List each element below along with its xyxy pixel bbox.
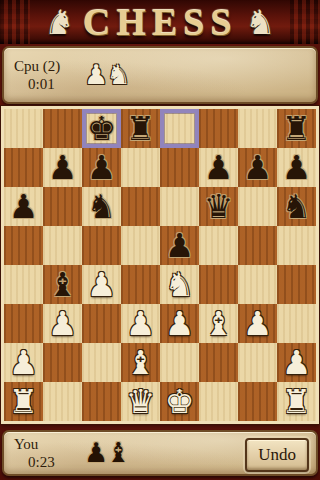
square-d2[interactable]: ♝ — [121, 343, 160, 382]
square-c2[interactable] — [82, 343, 121, 382]
white-knight: ♞ — [160, 265, 199, 304]
captured-black-pawn: ♟ — [84, 438, 108, 468]
black-king: ♚ — [82, 109, 121, 148]
square-h6[interactable]: ♞ — [277, 187, 316, 226]
black-pawn: ♟ — [82, 148, 121, 187]
square-d6[interactable] — [121, 187, 160, 226]
square-a4[interactable] — [4, 265, 43, 304]
chess-board[interactable]: ♚♜♜♟♟♟♟♟♟♞♛♞♟♝♟♞♟♟♟♝♟♟♝♟♜♛♚♜ — [4, 109, 316, 421]
square-h3[interactable] — [277, 304, 316, 343]
square-c6[interactable]: ♞ — [82, 187, 121, 226]
black-pawn: ♟ — [160, 226, 199, 265]
you-player-name: You — [14, 435, 80, 453]
white-pawn: ♟ — [160, 304, 199, 343]
white-pawn: ♟ — [4, 343, 43, 382]
white-pawn: ♟ — [43, 304, 82, 343]
cpu-captured-pieces: ♟♞ — [84, 60, 128, 90]
black-pawn: ♟ — [277, 148, 316, 187]
black-bishop: ♝ — [43, 265, 82, 304]
title-banner: ♞ CHESS ♞ — [0, 0, 320, 44]
captured-white-knight: ♞ — [106, 60, 130, 90]
you-player-bar: You 0:23 ♟♝ Undo — [2, 430, 318, 476]
you-player-info: You 0:23 — [14, 435, 80, 471]
knight-icon: ♞ — [44, 0, 74, 44]
cpu-player-bar: Cpu (2) 0:01 ♟♞ — [2, 46, 318, 104]
cpu-player-name: Cpu (2) — [14, 57, 80, 75]
square-a1[interactable]: ♜ — [4, 382, 43, 421]
square-f2[interactable] — [199, 343, 238, 382]
square-e4[interactable]: ♞ — [160, 265, 199, 304]
square-e1[interactable]: ♚ — [160, 382, 199, 421]
square-b2[interactable] — [43, 343, 82, 382]
white-bishop: ♝ — [199, 304, 238, 343]
black-queen: ♛ — [199, 187, 238, 226]
square-c8[interactable]: ♚ — [82, 109, 121, 148]
banner-left-ornament — [0, 0, 30, 44]
white-pawn: ♟ — [238, 304, 277, 343]
square-g8[interactable] — [238, 109, 277, 148]
square-h5[interactable] — [277, 226, 316, 265]
square-b4[interactable]: ♝ — [43, 265, 82, 304]
captured-black-bishop: ♝ — [106, 438, 130, 468]
square-f6[interactable]: ♛ — [199, 187, 238, 226]
square-c5[interactable] — [82, 226, 121, 265]
white-bishop: ♝ — [121, 343, 160, 382]
square-f5[interactable] — [199, 226, 238, 265]
cpu-player-clock: 0:01 — [14, 75, 80, 93]
white-pawn: ♟ — [121, 304, 160, 343]
you-captured-pieces: ♟♝ — [84, 438, 128, 468]
square-a2[interactable]: ♟ — [4, 343, 43, 382]
square-d4[interactable] — [121, 265, 160, 304]
square-h2[interactable]: ♟ — [277, 343, 316, 382]
square-b6[interactable] — [43, 187, 82, 226]
square-b8[interactable] — [43, 109, 82, 148]
white-rook: ♜ — [4, 382, 43, 421]
square-e7[interactable] — [160, 148, 199, 187]
square-a5[interactable] — [4, 226, 43, 265]
app-title: CHESS — [83, 0, 238, 44]
square-a8[interactable] — [4, 109, 43, 148]
square-d8[interactable]: ♜ — [121, 109, 160, 148]
square-g4[interactable] — [238, 265, 277, 304]
black-pawn: ♟ — [199, 148, 238, 187]
black-rook: ♜ — [277, 109, 316, 148]
chess-app-screen: ♞ CHESS ♞ Cpu (2) 0:01 ♟♞ ♚♜♜♟♟♟♟♟♟♞♛♞♟♝… — [0, 0, 320, 480]
square-f7[interactable]: ♟ — [199, 148, 238, 187]
square-g5[interactable] — [238, 226, 277, 265]
square-h7[interactable]: ♟ — [277, 148, 316, 187]
square-g3[interactable]: ♟ — [238, 304, 277, 343]
square-c1[interactable] — [82, 382, 121, 421]
square-b3[interactable]: ♟ — [43, 304, 82, 343]
white-king: ♚ — [160, 382, 199, 421]
black-knight: ♞ — [82, 187, 121, 226]
square-f1[interactable] — [199, 382, 238, 421]
black-pawn: ♟ — [238, 148, 277, 187]
square-g6[interactable] — [238, 187, 277, 226]
black-rook: ♜ — [121, 109, 160, 148]
cpu-player-info: Cpu (2) 0:01 — [14, 57, 80, 93]
black-pawn: ♟ — [43, 148, 82, 187]
square-e5[interactable]: ♟ — [160, 226, 199, 265]
captured-white-pawn: ♟ — [84, 60, 108, 90]
square-e3[interactable]: ♟ — [160, 304, 199, 343]
square-g2[interactable] — [238, 343, 277, 382]
banner-right-ornament — [290, 0, 320, 44]
white-queen: ♛ — [121, 382, 160, 421]
square-a7[interactable] — [4, 148, 43, 187]
square-a3[interactable] — [4, 304, 43, 343]
square-h4[interactable] — [277, 265, 316, 304]
square-e6[interactable] — [160, 187, 199, 226]
black-knight: ♞ — [277, 187, 316, 226]
square-b5[interactable] — [43, 226, 82, 265]
square-f3[interactable]: ♝ — [199, 304, 238, 343]
white-pawn: ♟ — [82, 265, 121, 304]
black-pawn: ♟ — [4, 187, 43, 226]
square-a6[interactable]: ♟ — [4, 187, 43, 226]
square-d1[interactable]: ♛ — [121, 382, 160, 421]
square-g7[interactable]: ♟ — [238, 148, 277, 187]
square-d5[interactable] — [121, 226, 160, 265]
knight-icon: ♞ — [245, 0, 275, 44]
square-f8[interactable] — [199, 109, 238, 148]
square-e2[interactable] — [160, 343, 199, 382]
board-frame: ♚♜♜♟♟♟♟♟♟♞♛♞♟♝♟♞♟♟♟♝♟♟♝♟♜♛♚♜ — [1, 106, 319, 424]
square-c3[interactable] — [82, 304, 121, 343]
square-b7[interactable]: ♟ — [43, 148, 82, 187]
square-b1[interactable] — [43, 382, 82, 421]
square-e8[interactable] — [160, 109, 199, 148]
square-d7[interactable] — [121, 148, 160, 187]
square-f4[interactable] — [199, 265, 238, 304]
square-c7[interactable]: ♟ — [82, 148, 121, 187]
square-c4[interactable]: ♟ — [82, 265, 121, 304]
you-player-clock: 0:23 — [14, 453, 80, 471]
square-d3[interactable]: ♟ — [121, 304, 160, 343]
square-h1[interactable]: ♜ — [277, 382, 316, 421]
white-pawn: ♟ — [277, 343, 316, 382]
white-rook: ♜ — [277, 382, 316, 421]
square-g1[interactable] — [238, 382, 277, 421]
undo-button[interactable]: Undo — [245, 438, 309, 472]
square-h8[interactable]: ♜ — [277, 109, 316, 148]
